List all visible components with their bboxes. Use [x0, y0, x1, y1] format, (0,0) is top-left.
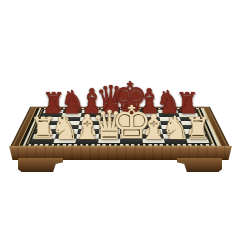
pieces-layer: ♜♞♝♛♚♝♞♜♟♟♟♟♟♟♟♟♟♟♟♟♟♟♟♟♜♞♝♛♚♝♞♜	[0, 0, 240, 240]
product-photo: ♜♞♝♛♚♝♞♜♟♟♟♟♟♟♟♟♟♟♟♟♟♟♟♟♜♞♝♛♚♝♞♜	[0, 0, 240, 240]
piece-white-rook-h1[interactable]: ♜	[184, 114, 211, 144]
